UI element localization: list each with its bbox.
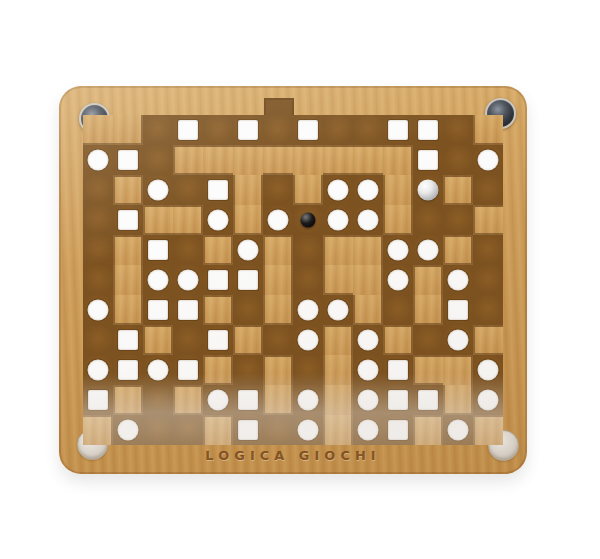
maze-channel-cell xyxy=(173,355,203,385)
round-hole xyxy=(178,270,199,291)
maze-channel-cell xyxy=(413,205,443,235)
black-ball xyxy=(301,213,316,228)
square-hole xyxy=(238,390,258,410)
maze-channel-cell xyxy=(323,205,353,235)
maze-wall-cell xyxy=(263,295,293,325)
maze-wall-cell xyxy=(83,115,113,145)
square-hole xyxy=(418,390,438,410)
maze-wall-cell xyxy=(203,355,233,385)
maze-wall-cell xyxy=(113,175,143,205)
maze-wall-cell xyxy=(383,325,413,355)
square-hole xyxy=(418,150,438,170)
brand-engraving: LOGICA GIOCHI xyxy=(205,448,380,463)
maze-channel-cell xyxy=(413,385,443,415)
maze-channel-cell xyxy=(113,415,143,445)
maze-wall-cell xyxy=(263,355,293,385)
maze-wall-cell xyxy=(113,115,143,145)
maze-channel-cell xyxy=(473,385,503,415)
maze-grid: end start xyxy=(83,115,503,445)
maze-wall-cell xyxy=(113,235,143,265)
maze-channel-cell xyxy=(413,325,443,355)
maze-channel-cell xyxy=(353,325,383,355)
maze-channel-cell xyxy=(383,385,413,415)
round-hole xyxy=(148,270,169,291)
round-hole xyxy=(148,180,169,201)
square-hole xyxy=(388,390,408,410)
maze-wall-cell xyxy=(233,175,263,205)
steel-ball xyxy=(418,180,439,201)
square-hole xyxy=(178,360,198,380)
round-hole xyxy=(478,150,499,171)
square-hole xyxy=(208,270,228,290)
maze-channel-cell xyxy=(143,295,173,325)
round-hole xyxy=(358,180,379,201)
maze-wall-cell xyxy=(113,295,143,325)
maze-channel-cell xyxy=(203,205,233,235)
maze-channel-cell xyxy=(443,205,473,235)
maze-channel-cell xyxy=(233,265,263,295)
maze-channel-cell xyxy=(263,115,293,145)
square-hole xyxy=(238,270,258,290)
maze-channel-cell xyxy=(293,265,323,295)
round-hole xyxy=(298,300,319,321)
maze-channel-cell xyxy=(143,415,173,445)
maze-wall-cell xyxy=(203,415,233,445)
maze-channel-cell xyxy=(173,235,203,265)
maze-wall-cell xyxy=(263,265,293,295)
maze-channel-cell xyxy=(173,115,203,145)
maze-channel-cell xyxy=(233,385,263,415)
round-hole xyxy=(298,420,319,441)
maze-channel-cell xyxy=(233,115,263,145)
maze-channel-cell xyxy=(443,295,473,325)
maze-channel-cell xyxy=(233,295,263,325)
maze-wall-cell xyxy=(323,145,353,175)
square-hole xyxy=(118,210,138,230)
maze-channel-cell xyxy=(293,415,323,445)
maze-channel-cell xyxy=(413,145,443,175)
maze-channel-cell xyxy=(293,295,323,325)
maze-channel-cell xyxy=(173,415,203,445)
maze-channel-cell xyxy=(293,235,323,265)
maze-channel-cell xyxy=(323,115,353,145)
maze-wall-cell xyxy=(233,325,263,355)
maze-channel-cell xyxy=(143,235,173,265)
maze-wall-cell xyxy=(263,145,293,175)
maze-channel-cell xyxy=(143,175,173,205)
square-hole xyxy=(178,300,198,320)
maze-channel-cell xyxy=(473,355,503,385)
maze-wall-cell xyxy=(443,355,473,385)
maze-channel-cell xyxy=(473,175,503,205)
maze-wall-cell xyxy=(473,115,503,145)
maze-wall-cell xyxy=(413,295,443,325)
round-hole xyxy=(358,420,379,441)
maze-channel-cell xyxy=(83,325,113,355)
maze-channel-cell xyxy=(113,145,143,175)
maze-channel-cell xyxy=(203,325,233,355)
round-hole xyxy=(388,270,409,291)
round-hole xyxy=(328,180,349,201)
maze-wall-cell xyxy=(443,235,473,265)
maze-wall-cell xyxy=(413,355,443,385)
maze-wall-cell xyxy=(383,175,413,205)
maze-channel-cell xyxy=(83,145,113,175)
maze-channel-cell xyxy=(143,265,173,295)
square-hole xyxy=(88,390,108,410)
maze-wall-cell xyxy=(323,235,353,265)
maze-channel-cell xyxy=(263,415,293,445)
round-hole xyxy=(388,240,409,261)
maze-channel-cell xyxy=(173,325,203,355)
maze-wall-cell xyxy=(293,145,323,175)
round-hole xyxy=(208,390,229,411)
maze-wall-cell xyxy=(353,295,383,325)
maze-channel-cell xyxy=(143,355,173,385)
maze-wall-cell xyxy=(203,235,233,265)
round-hole xyxy=(208,210,229,231)
maze-channel-cell xyxy=(353,205,383,235)
maze-channel-cell xyxy=(143,385,173,415)
round-hole xyxy=(358,390,379,411)
maze-wall-cell xyxy=(143,325,173,355)
round-hole xyxy=(478,390,499,411)
maze-channel-cell xyxy=(383,115,413,145)
maze-channel-cell xyxy=(293,325,323,355)
maze-wall-cell xyxy=(293,175,323,205)
round-hole xyxy=(418,240,439,261)
maze-channel-cell xyxy=(443,145,473,175)
square-hole xyxy=(118,330,138,350)
maze-channel-cell xyxy=(323,175,353,205)
maze-wall-cell xyxy=(473,205,503,235)
maze-channel-cell xyxy=(383,295,413,325)
maze-channel-cell xyxy=(203,385,233,415)
maze-wall-cell xyxy=(173,385,203,415)
maze-channel-cell xyxy=(143,145,173,175)
maze-wall-cell xyxy=(323,265,353,295)
maze-channel-cell xyxy=(293,355,323,385)
maze-channel-cell xyxy=(353,355,383,385)
square-hole xyxy=(448,300,468,320)
square-hole xyxy=(208,180,228,200)
maze-channel-cell xyxy=(383,355,413,385)
maze-channel-cell xyxy=(83,355,113,385)
maze-channel-cell xyxy=(263,175,293,205)
maze-channel-cell xyxy=(443,325,473,355)
maze-channel-cell xyxy=(203,265,233,295)
square-hole xyxy=(388,120,408,140)
round-hole xyxy=(358,330,379,351)
maze-channel-cell xyxy=(113,205,143,235)
round-hole xyxy=(148,360,169,381)
round-hole xyxy=(358,360,379,381)
maze-wall-cell xyxy=(383,145,413,175)
maze-wall-cell xyxy=(263,235,293,265)
maze-channel-cell xyxy=(413,115,443,145)
round-hole xyxy=(328,210,349,231)
maze-channel-cell xyxy=(83,385,113,415)
maze-wall-cell xyxy=(263,385,293,415)
square-hole xyxy=(148,300,168,320)
square-hole xyxy=(388,420,408,440)
maze-channel-cell xyxy=(293,115,323,145)
maze-channel-cell xyxy=(203,175,233,205)
maze-wall-cell xyxy=(353,235,383,265)
maze-channel-cell xyxy=(83,235,113,265)
round-hole xyxy=(268,210,289,231)
maze-wall-cell xyxy=(413,415,443,445)
round-hole xyxy=(448,420,469,441)
maze-channel-cell xyxy=(353,415,383,445)
round-hole xyxy=(478,360,499,381)
maze-channel-cell xyxy=(173,175,203,205)
maze-wall-cell xyxy=(323,355,353,385)
round-hole xyxy=(298,390,319,411)
square-hole xyxy=(178,120,198,140)
square-hole xyxy=(238,120,258,140)
maze-channel-cell xyxy=(473,145,503,175)
maze-channel-cell xyxy=(353,385,383,415)
maze-wall-cell xyxy=(203,295,233,325)
square-hole xyxy=(298,120,318,140)
round-hole xyxy=(448,270,469,291)
maze-wall-cell xyxy=(323,415,353,445)
maze-channel-cell xyxy=(233,235,263,265)
maze-wall-cell xyxy=(233,205,263,235)
maze-channel-cell xyxy=(203,115,233,145)
round-hole xyxy=(448,330,469,351)
square-hole xyxy=(418,120,438,140)
maze-channel-cell xyxy=(383,265,413,295)
maze-wall-cell xyxy=(353,145,383,175)
maze-wall-cell xyxy=(323,325,353,355)
maze-wall-cell xyxy=(143,205,173,235)
maze-wall-cell xyxy=(473,415,503,445)
maze-channel-cell xyxy=(233,355,263,385)
maze-channel-cell xyxy=(83,265,113,295)
maze-wall-cell xyxy=(113,385,143,415)
maze-wall-cell xyxy=(173,205,203,235)
maze-channel-cell xyxy=(113,355,143,385)
square-hole xyxy=(208,330,228,350)
round-hole xyxy=(118,420,139,441)
maze-channel-cell xyxy=(353,175,383,205)
round-hole xyxy=(88,150,109,171)
maze-wall-cell xyxy=(443,385,473,415)
maze-wall-cell xyxy=(443,175,473,205)
round-hole xyxy=(298,330,319,351)
maze-channel-cell xyxy=(473,265,503,295)
square-hole xyxy=(118,360,138,380)
maze-channel-cell xyxy=(173,265,203,295)
maze-wall-cell xyxy=(473,325,503,355)
maze-channel-cell xyxy=(413,235,443,265)
maze-wall-cell xyxy=(173,145,203,175)
maze-channel-cell xyxy=(173,295,203,325)
maze-channel-cell xyxy=(293,385,323,415)
maze-wall-cell xyxy=(353,265,383,295)
square-hole xyxy=(118,150,138,170)
maze-channel-cell xyxy=(383,235,413,265)
maze-channel-cell xyxy=(83,205,113,235)
maze-channel-cell xyxy=(473,235,503,265)
maze-channel-cell xyxy=(443,115,473,145)
maze-wall-cell xyxy=(323,385,353,415)
maze-channel-cell xyxy=(353,115,383,145)
maze-wall-cell xyxy=(113,265,143,295)
maze-wall-cell xyxy=(83,415,113,445)
maze-channel-cell xyxy=(263,205,293,235)
round-hole xyxy=(328,300,349,321)
round-hole xyxy=(88,360,109,381)
maze-channel-cell xyxy=(383,415,413,445)
maze-channel-cell xyxy=(83,295,113,325)
maze-channel-cell xyxy=(323,295,353,325)
maze-channel-cell xyxy=(83,175,113,205)
round-hole xyxy=(88,300,109,321)
square-hole xyxy=(238,420,258,440)
maze-wall-cell xyxy=(203,145,233,175)
maze-channel-cell xyxy=(233,415,263,445)
maze-wall-cell xyxy=(233,145,263,175)
maze-channel-cell xyxy=(113,325,143,355)
maze-wall-cell xyxy=(383,205,413,235)
maze-channel-cell xyxy=(143,115,173,145)
square-hole xyxy=(148,240,168,260)
round-hole xyxy=(238,240,259,261)
maze-board: end start LOGICA GIOCHI xyxy=(59,86,527,474)
maze-wall-cell xyxy=(413,265,443,295)
round-hole xyxy=(358,210,379,231)
maze-channel-cell xyxy=(473,295,503,325)
square-hole xyxy=(388,360,408,380)
maze-channel-cell xyxy=(443,265,473,295)
maze-channel-cell xyxy=(443,415,473,445)
maze-channel-cell xyxy=(263,325,293,355)
